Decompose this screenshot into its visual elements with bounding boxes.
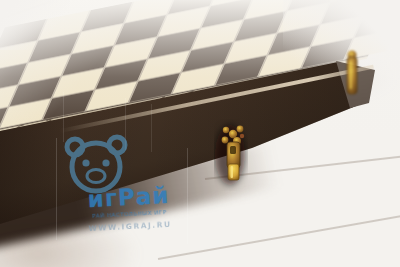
brass-hinge	[339, 48, 363, 98]
brass-clasp	[214, 119, 258, 191]
table-corner-top-left	[0, 0, 70, 50]
photo-chess-box-closed: C346	[0, 0, 400, 267]
watermark-text-block: игРай РАЙ НАСТОЛЬНЫХ ИГР WWW.IGRAJ.RU	[61, 181, 197, 235]
watermark-streak	[151, 104, 152, 152]
